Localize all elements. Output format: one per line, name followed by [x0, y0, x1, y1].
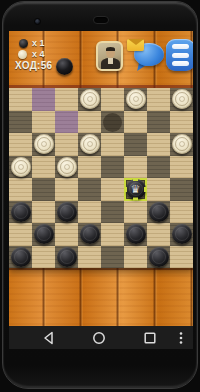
square-4-1[interactable] [32, 178, 55, 201]
turn-indicator-black-piece [56, 58, 73, 75]
square-4-3[interactable] [78, 178, 101, 201]
square-4-7[interactable] [170, 178, 193, 201]
avatar-torso [101, 58, 120, 69]
square-2-6 [147, 133, 170, 156]
square-6-0 [9, 223, 32, 246]
phone-frame: x 1 x 4 ХОД:56 [2, 1, 198, 389]
move-counter: ХОД:56 [15, 60, 52, 71]
square-7-6[interactable] [147, 246, 170, 269]
white-man[interactable] [80, 89, 100, 109]
square-6-5[interactable] [124, 223, 147, 246]
square-3-6[interactable] [147, 156, 170, 179]
captured-piece-shadow [103, 113, 122, 132]
square-0-4 [101, 88, 124, 111]
square-7-2[interactable] [55, 246, 78, 269]
white-man[interactable] [57, 157, 77, 177]
game-screen: x 1 x 4 ХОД:56 [9, 31, 193, 349]
white-man[interactable] [80, 134, 100, 154]
black-man[interactable] [11, 247, 31, 267]
square-3-3 [78, 156, 101, 179]
square-5-7 [170, 201, 193, 224]
black-man[interactable] [57, 247, 77, 267]
square-2-0 [9, 133, 32, 156]
page-background: x 1 x 4 ХОД:56 [0, 0, 200, 392]
earpiece-speaker [93, 16, 109, 24]
black-man[interactable] [172, 224, 192, 244]
square-1-4[interactable] [101, 111, 124, 134]
white-man[interactable] [172, 134, 192, 154]
black-man[interactable] [11, 202, 31, 222]
back-button[interactable] [41, 330, 57, 346]
square-3-2[interactable] [55, 156, 78, 179]
square-5-6[interactable] [147, 201, 170, 224]
black-man[interactable] [149, 202, 169, 222]
square-0-1[interactable] [32, 88, 55, 111]
square-7-4[interactable] [101, 246, 124, 269]
square-3-1 [32, 156, 55, 179]
black-captured-count: x 1 [32, 38, 45, 48]
square-1-2[interactable] [55, 111, 78, 134]
white-man[interactable] [11, 157, 31, 177]
avatar-face [106, 48, 115, 58]
square-2-1[interactable] [32, 133, 55, 156]
home-button[interactable] [91, 330, 107, 346]
square-3-0[interactable] [9, 156, 32, 179]
black-captured-icon [19, 39, 28, 48]
square-1-1 [32, 111, 55, 134]
opponent-avatar[interactable] [96, 41, 123, 71]
square-0-2 [55, 88, 78, 111]
square-1-0[interactable] [9, 111, 32, 134]
black-man[interactable] [149, 247, 169, 267]
white-man[interactable] [172, 89, 192, 109]
square-0-7[interactable] [170, 88, 193, 111]
square-6-2 [55, 223, 78, 246]
black-man[interactable] [126, 224, 146, 244]
square-0-3[interactable] [78, 88, 101, 111]
square-3-5 [124, 156, 147, 179]
white-captured-icon [18, 50, 27, 59]
android-nav-bar [9, 326, 193, 349]
square-5-2[interactable] [55, 201, 78, 224]
menu-bar-icon [172, 44, 189, 49]
square-5-1 [32, 201, 55, 224]
square-2-3[interactable] [78, 133, 101, 156]
black-man[interactable] [34, 224, 54, 244]
square-7-0[interactable] [9, 246, 32, 269]
recents-button[interactable] [142, 330, 158, 346]
square-7-3 [78, 246, 101, 269]
black-man[interactable] [80, 224, 100, 244]
square-1-3 [78, 111, 101, 134]
square-4-0 [9, 178, 32, 201]
square-6-1[interactable] [32, 223, 55, 246]
white-man[interactable] [126, 89, 146, 109]
menu-bar-icon [172, 53, 189, 58]
square-0-5[interactable] [124, 88, 147, 111]
square-1-6[interactable] [147, 111, 170, 134]
square-4-5[interactable]: ♛ [124, 178, 147, 201]
board: ♛ [9, 88, 193, 268]
square-5-0[interactable] [9, 201, 32, 224]
square-7-1 [32, 246, 55, 269]
square-0-0 [9, 88, 32, 111]
square-2-2 [55, 133, 78, 156]
square-7-5 [124, 246, 147, 269]
square-5-4[interactable] [101, 201, 124, 224]
square-2-5[interactable] [124, 133, 147, 156]
square-3-7 [170, 156, 193, 179]
chat-button[interactable] [127, 39, 165, 75]
hud: x 1 x 4 ХОД:56 [9, 31, 193, 88]
envelope-icon [127, 39, 144, 51]
square-2-7[interactable] [170, 133, 193, 156]
square-2-4 [101, 133, 124, 156]
square-1-7 [170, 111, 193, 134]
square-6-3[interactable] [78, 223, 101, 246]
square-3-4[interactable] [101, 156, 124, 179]
overflow-menu-button[interactable] [177, 330, 185, 346]
square-1-5 [124, 111, 147, 134]
square-5-3 [78, 201, 101, 224]
menu-bar-icon [172, 61, 189, 66]
white-captured-count: x 4 [32, 49, 45, 59]
black-king[interactable]: ♛ [126, 179, 146, 199]
front-camera-icon [34, 18, 41, 25]
white-man[interactable] [34, 134, 54, 154]
menu-button[interactable] [166, 39, 193, 71]
square-4-6 [147, 178, 170, 201]
king-crown-icon: ♛ [126, 179, 146, 199]
square-4-2 [55, 178, 78, 201]
square-7-7 [170, 246, 193, 269]
black-man[interactable] [57, 202, 77, 222]
square-6-4 [101, 223, 124, 246]
square-6-7[interactable] [170, 223, 193, 246]
square-5-5 [124, 201, 147, 224]
square-4-4 [101, 178, 124, 201]
square-0-6 [147, 88, 170, 111]
square-6-6 [147, 223, 170, 246]
